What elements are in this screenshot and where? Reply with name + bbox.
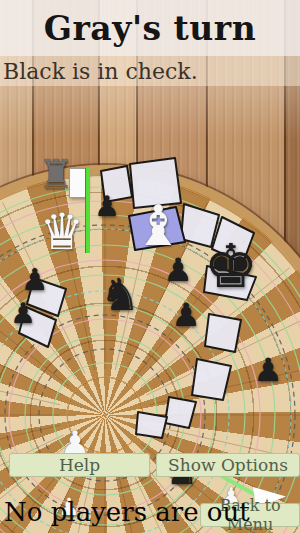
highlighted-square[interactable]	[136, 412, 167, 438]
piece-white-bishop[interactable]: ♝	[133, 198, 183, 254]
piece-black-pawn[interactable]: ♟	[254, 354, 283, 386]
turn-banner: Gray's turn	[0, 0, 300, 56]
piece-black-pawn[interactable]: ♟	[94, 193, 119, 221]
piece-white-queen[interactable]: ♛	[40, 207, 85, 257]
check-status-banner: Black is in check.	[0, 56, 300, 86]
turn-title: Gray's turn	[44, 9, 256, 48]
highlighted-square[interactable]	[165, 397, 196, 428]
piece-black-knight[interactable]: ♞	[100, 273, 139, 317]
piece-black-pawn[interactable]: ♟	[10, 300, 35, 328]
piece-black-king[interactable]: ♚	[204, 236, 258, 296]
piece-gray-rook[interactable]: ♜	[38, 154, 74, 194]
piece-black-pawn[interactable]: ♟	[22, 265, 49, 295]
show-options-button[interactable]: Show Options	[156, 453, 300, 477]
players-status-text: No players are out	[4, 497, 250, 527]
highlighted-square[interactable]	[205, 314, 241, 352]
check-status-text: Black is in check.	[0, 59, 198, 84]
app-screen: ♜♟♝♛♟♚♟♞♟♟♟♟♞♟♟ Gray's turn Black is in …	[0, 0, 300, 533]
help-button[interactable]: Help	[9, 453, 150, 477]
piece-black-pawn[interactable]: ♟	[172, 299, 201, 331]
piece-black-pawn[interactable]: ♟	[164, 254, 193, 286]
highlighted-square[interactable]	[192, 359, 231, 400]
flag-pole-icon	[85, 168, 90, 253]
